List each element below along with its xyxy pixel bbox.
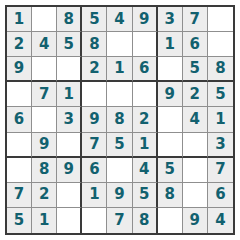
sudoku-cell[interactable]: 4 bbox=[133, 158, 158, 183]
sudoku-cell[interactable]: 5 bbox=[82, 7, 107, 32]
sudoku-cell[interactable] bbox=[107, 32, 132, 57]
sudoku-cell[interactable]: 8 bbox=[82, 32, 107, 57]
sudoku-cell[interactable]: 1 bbox=[32, 208, 57, 233]
sudoku-cell[interactable]: 7 bbox=[32, 82, 57, 107]
sudoku-cell[interactable]: 8 bbox=[158, 183, 183, 208]
sudoku-cell[interactable]: 4 bbox=[208, 208, 233, 233]
sudoku-cell[interactable]: 5 bbox=[183, 57, 208, 82]
sudoku-cell[interactable]: 8 bbox=[57, 7, 82, 32]
sudoku-cell[interactable] bbox=[133, 32, 158, 57]
sudoku-cell[interactable]: 7 bbox=[208, 158, 233, 183]
sudoku-cell[interactable] bbox=[183, 133, 208, 158]
sudoku-cell[interactable] bbox=[107, 158, 132, 183]
sudoku-cell[interactable] bbox=[133, 82, 158, 107]
sudoku-cell[interactable]: 9 bbox=[107, 183, 132, 208]
sudoku-cell[interactable] bbox=[82, 208, 107, 233]
sudoku-cell[interactable]: 8 bbox=[133, 208, 158, 233]
sudoku-cell[interactable]: 7 bbox=[82, 133, 107, 158]
sudoku-cell[interactable]: 2 bbox=[82, 57, 107, 82]
sudoku-cell[interactable]: 6 bbox=[82, 158, 107, 183]
sudoku-cell[interactable]: 3 bbox=[208, 133, 233, 158]
sudoku-cell[interactable]: 9 bbox=[82, 107, 107, 132]
sudoku-cell[interactable]: 1 bbox=[158, 32, 183, 57]
sudoku-cell[interactable] bbox=[183, 183, 208, 208]
sudoku-cell[interactable]: 4 bbox=[183, 107, 208, 132]
sudoku-cell[interactable]: 1 bbox=[107, 57, 132, 82]
sudoku-cell[interactable] bbox=[208, 32, 233, 57]
sudoku-cell[interactable]: 6 bbox=[133, 57, 158, 82]
sudoku-cell[interactable]: 9 bbox=[133, 7, 158, 32]
sudoku-cell[interactable]: 7 bbox=[7, 183, 32, 208]
sudoku-cell[interactable]: 9 bbox=[183, 208, 208, 233]
sudoku-cell[interactable]: 5 bbox=[57, 32, 82, 57]
sudoku-cell[interactable] bbox=[158, 107, 183, 132]
sudoku-cell[interactable]: 9 bbox=[32, 133, 57, 158]
sudoku-cell[interactable] bbox=[158, 208, 183, 233]
sudoku-cell[interactable] bbox=[7, 133, 32, 158]
sudoku-cell[interactable] bbox=[7, 158, 32, 183]
sudoku-cell[interactable]: 7 bbox=[183, 7, 208, 32]
sudoku-cell[interactable]: 1 bbox=[7, 7, 32, 32]
sudoku-board: 1854937245816921658719256398241975138964… bbox=[5, 5, 235, 235]
sudoku-cell[interactable] bbox=[7, 82, 32, 107]
sudoku-cell[interactable]: 5 bbox=[158, 158, 183, 183]
sudoku-cell[interactable] bbox=[57, 183, 82, 208]
sudoku-cell[interactable]: 6 bbox=[7, 107, 32, 132]
sudoku-cell[interactable] bbox=[107, 82, 132, 107]
sudoku-cell[interactable] bbox=[158, 133, 183, 158]
sudoku-cell[interactable]: 9 bbox=[158, 82, 183, 107]
sudoku-cell[interactable]: 3 bbox=[57, 107, 82, 132]
sudoku-cell[interactable]: 5 bbox=[7, 208, 32, 233]
sudoku-cell[interactable] bbox=[57, 133, 82, 158]
sudoku-cell[interactable]: 6 bbox=[183, 32, 208, 57]
sudoku-cell[interactable] bbox=[57, 57, 82, 82]
sudoku-cell[interactable]: 8 bbox=[32, 158, 57, 183]
sudoku-cell[interactable] bbox=[32, 57, 57, 82]
sudoku-cell[interactable]: 2 bbox=[133, 107, 158, 132]
sudoku-cell[interactable]: 9 bbox=[7, 57, 32, 82]
sudoku-cell[interactable]: 3 bbox=[158, 7, 183, 32]
sudoku-cell[interactable] bbox=[57, 208, 82, 233]
sudoku-cell[interactable]: 2 bbox=[7, 32, 32, 57]
sudoku-cell[interactable]: 4 bbox=[107, 7, 132, 32]
sudoku-cell[interactable]: 1 bbox=[82, 183, 107, 208]
sudoku-cell[interactable]: 7 bbox=[107, 208, 132, 233]
sudoku-cell[interactable] bbox=[32, 7, 57, 32]
sudoku-cell[interactable]: 2 bbox=[32, 183, 57, 208]
sudoku-cell[interactable] bbox=[32, 107, 57, 132]
sudoku-cell[interactable] bbox=[158, 57, 183, 82]
sudoku-cell[interactable]: 4 bbox=[32, 32, 57, 57]
sudoku-cell[interactable]: 2 bbox=[183, 82, 208, 107]
sudoku-cell[interactable]: 8 bbox=[107, 107, 132, 132]
sudoku-cell[interactable]: 5 bbox=[133, 183, 158, 208]
sudoku-cell[interactable]: 1 bbox=[57, 82, 82, 107]
sudoku-cell[interactable] bbox=[183, 158, 208, 183]
sudoku-cell[interactable]: 8 bbox=[208, 57, 233, 82]
sudoku-cell[interactable]: 1 bbox=[133, 133, 158, 158]
sudoku-cell[interactable]: 1 bbox=[208, 107, 233, 132]
sudoku-cell[interactable] bbox=[82, 82, 107, 107]
sudoku-cell[interactable]: 5 bbox=[107, 133, 132, 158]
sudoku-cell[interactable] bbox=[208, 7, 233, 32]
sudoku-cell[interactable]: 6 bbox=[208, 183, 233, 208]
sudoku-cell[interactable]: 5 bbox=[208, 82, 233, 107]
sudoku-cell[interactable]: 9 bbox=[57, 158, 82, 183]
